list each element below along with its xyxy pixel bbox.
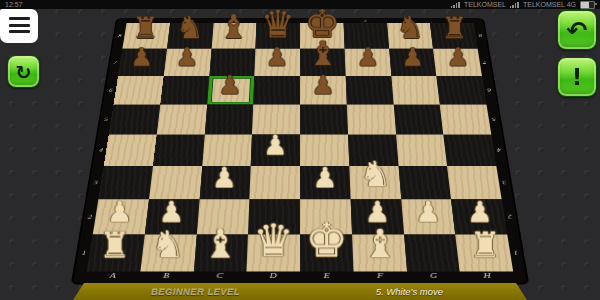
file-label-e: E — [317, 272, 337, 280]
file-label-g: G — [423, 272, 444, 280]
square-f1[interactable]: ♝ — [352, 234, 407, 271]
carrier-label: TELKOMSEL — [464, 0, 506, 9]
white-pawn[interactable]: ♟ — [313, 164, 338, 192]
white-bishop[interactable]: ♝ — [203, 224, 238, 263]
file-label-top-f: F — [358, 19, 371, 22]
square-b1[interactable]: ♞ — [140, 234, 196, 271]
status-bar-right: TELKOMSEL TELKOMSEL 4G — [451, 0, 595, 9]
menu-button[interactable] — [0, 9, 38, 43]
white-queen[interactable]: ♛ — [253, 218, 294, 263]
square-h1[interactable]: ♜ — [455, 234, 513, 271]
square-g7[interactable]: ♟ — [389, 49, 437, 76]
undo-move-button[interactable]: ↶ — [557, 10, 597, 50]
black-rook[interactable]: ♜ — [441, 13, 468, 43]
black-bishop[interactable]: ♝ — [219, 10, 248, 43]
rank-label-right-1: 1 — [510, 249, 523, 257]
rank-label-left-5: 5 — [100, 116, 112, 123]
square-e3[interactable]: ♟ — [300, 166, 350, 199]
black-bishop[interactable]: ♝ — [308, 36, 338, 70]
square-d4[interactable]: ♟ — [251, 135, 300, 167]
rank-label-right-6: 6 — [484, 87, 495, 93]
white-king[interactable]: ♚ — [305, 216, 347, 263]
square-a1[interactable]: ♜ — [87, 234, 145, 271]
rank-label-right-3: 3 — [498, 179, 510, 186]
square-d1[interactable]: ♛ — [247, 234, 300, 271]
white-pawn[interactable]: ♟ — [416, 198, 442, 227]
rank-label-right-4: 4 — [493, 147, 505, 154]
black-pawn[interactable]: ♟ — [312, 72, 335, 98]
board-frame: ♜♞♝♛♚♞♜♟♟♟♝♟♟♟♟♟♟♟♟♞♟♟♟♟♟♜♞♝♛♚♝♜ AABBCCD… — [73, 19, 527, 283]
black-pawn[interactable]: ♟ — [402, 45, 425, 70]
black-pawn[interactable]: ♟ — [266, 45, 289, 70]
rank-label-left-4: 4 — [95, 147, 107, 154]
square-d3[interactable] — [250, 166, 300, 199]
square-c1[interactable]: ♝ — [193, 234, 248, 271]
rank-label-right-2: 2 — [504, 213, 517, 221]
black-knight[interactable]: ♞ — [176, 12, 204, 43]
file-label-h: H — [477, 272, 498, 280]
black-pawn[interactable]: ♟ — [447, 45, 470, 70]
status-bar: 12:57 TELKOMSEL TELKOMSEL 4G — [0, 0, 600, 9]
bottom-info-bar: BEGINNER LEVEL 5. White's move — [73, 283, 527, 300]
square-e6[interactable]: ♟ — [300, 76, 347, 105]
signal-bars-icon — [510, 2, 519, 8]
white-rook[interactable]: ♜ — [469, 228, 501, 263]
black-pawn[interactable]: ♟ — [357, 45, 380, 70]
rank-label-right-5: 5 — [488, 116, 500, 123]
square-a5[interactable] — [109, 105, 160, 135]
square-c8[interactable]: ♝ — [211, 23, 256, 49]
black-rook[interactable]: ♜ — [132, 13, 159, 43]
file-label-f: F — [370, 272, 390, 280]
square-a6[interactable] — [114, 76, 164, 105]
square-d7[interactable]: ♟ — [255, 49, 300, 76]
square-c5[interactable] — [204, 105, 253, 135]
square-f7[interactable]: ♟ — [344, 49, 391, 76]
square-g6[interactable] — [391, 76, 440, 105]
hamburger-icon — [9, 24, 30, 27]
app-screen: 12:57 TELKOMSEL TELKOMSEL 4G ↻ ↶ ! ♜♞♝♛♚… — [0, 0, 600, 300]
clock: 12:57 — [5, 0, 23, 9]
file-label-d: D — [263, 272, 283, 280]
battery-icon — [580, 1, 595, 9]
white-pawn[interactable]: ♟ — [107, 198, 133, 227]
signal-bars-icon — [451, 2, 460, 8]
difficulty-level-label: BEGINNER LEVEL — [151, 286, 240, 297]
rotate-board-button[interactable]: ↻ — [7, 55, 40, 88]
file-label-c: C — [210, 272, 230, 280]
square-f6[interactable] — [345, 76, 393, 105]
black-queen[interactable]: ♛ — [261, 5, 295, 43]
rank-label-left-6: 6 — [105, 87, 116, 93]
black-pawn[interactable]: ♟ — [176, 45, 199, 70]
white-knight[interactable]: ♞ — [359, 156, 391, 191]
square-g2[interactable]: ♟ — [401, 199, 456, 234]
square-b7[interactable]: ♟ — [164, 49, 212, 76]
square-g5[interactable] — [393, 105, 443, 135]
exclamation-icon: ! — [572, 64, 583, 90]
square-d6[interactable] — [253, 76, 300, 105]
file-label-a: A — [102, 272, 123, 280]
hint-alert-button[interactable]: ! — [557, 57, 597, 97]
square-h4[interactable] — [443, 135, 496, 167]
white-knight[interactable]: ♞ — [151, 226, 185, 263]
rank-label-left-8: 8 — [114, 33, 125, 39]
square-g4[interactable] — [396, 135, 448, 167]
square-a7[interactable]: ♟ — [118, 49, 167, 76]
black-knight[interactable]: ♞ — [396, 12, 424, 43]
rank-label-left-7: 7 — [110, 59, 121, 65]
square-c3[interactable]: ♟ — [199, 166, 251, 199]
board-grid: ♜♞♝♛♚♞♜♟♟♟♝♟♟♟♟♟♟♟♟♞♟♟♟♟♟♜♞♝♛♚♝♜ — [87, 23, 513, 272]
square-c6[interactable]: ♟ — [207, 76, 255, 105]
square-h7[interactable]: ♟ — [433, 49, 482, 76]
undo-icon: ↶ — [567, 16, 588, 45]
square-e1[interactable]: ♚ — [300, 234, 353, 271]
square-g1[interactable] — [404, 234, 460, 271]
carrier-4g-label: TELKOMSEL 4G — [523, 0, 576, 9]
square-e5[interactable] — [300, 105, 348, 135]
rotate-icon: ↻ — [16, 61, 32, 83]
white-pawn[interactable]: ♟ — [212, 164, 237, 192]
square-b6[interactable] — [160, 76, 209, 105]
black-pawn[interactable]: ♟ — [130, 45, 153, 70]
rank-label-right-7: 7 — [479, 59, 490, 65]
hamburger-icon — [9, 30, 30, 33]
move-status-label: 5. White's move — [376, 286, 443, 297]
square-a4[interactable] — [104, 135, 157, 167]
chess-board-3d: ♜♞♝♛♚♞♜♟♟♟♝♟♟♟♟♟♟♟♟♞♟♟♟♟♟♜♞♝♛♚♝♜ AABBCCD… — [73, 19, 527, 283]
square-b5[interactable] — [157, 105, 207, 135]
square-h6[interactable] — [436, 76, 486, 105]
white-rook[interactable]: ♜ — [99, 228, 131, 263]
square-f5[interactable] — [347, 105, 396, 135]
hamburger-icon — [9, 17, 30, 20]
file-label-b: B — [156, 272, 177, 280]
white-pawn[interactable]: ♟ — [467, 198, 493, 227]
square-b4[interactable] — [153, 135, 205, 167]
rank-label-right-8: 8 — [475, 33, 486, 39]
square-h5[interactable] — [440, 105, 491, 135]
white-bishop[interactable]: ♝ — [362, 224, 397, 263]
white-pawn[interactable]: ♟ — [263, 132, 287, 159]
black-pawn[interactable]: ♟ — [219, 72, 242, 98]
